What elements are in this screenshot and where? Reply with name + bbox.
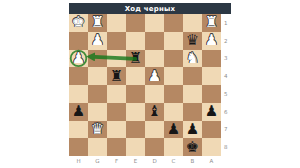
file-label-h: H bbox=[69, 156, 88, 165]
black-king: ♚ bbox=[186, 139, 199, 154]
square-f1[interactable] bbox=[107, 14, 126, 32]
square-d3[interactable] bbox=[145, 50, 164, 68]
page: Ход черных ♚♜♜♟♛♟♟♜♞♜♟♟♝♟♛♟♟♚ 12345678 H… bbox=[0, 0, 300, 168]
white-pawn: ♟ bbox=[72, 50, 85, 65]
white-pawn: ♟ bbox=[205, 33, 218, 48]
chess-puzzle-widget: Ход черных ♚♜♜♟♛♟♟♜♞♜♟♟♝♟♛♟♟♚ 12345678 H… bbox=[69, 3, 231, 165]
square-h3[interactable]: ♟ bbox=[69, 50, 88, 68]
file-label-a: A bbox=[202, 156, 221, 165]
square-h4[interactable] bbox=[69, 67, 88, 85]
square-h6[interactable]: ♟ bbox=[69, 103, 88, 121]
black-pawn: ♟ bbox=[186, 121, 199, 136]
square-c8[interactable] bbox=[164, 138, 183, 156]
square-f2[interactable] bbox=[107, 32, 126, 50]
file-label-g: G bbox=[88, 156, 107, 165]
square-g7[interactable]: ♛ bbox=[88, 121, 107, 139]
white-pawn: ♟ bbox=[148, 68, 161, 83]
square-g8[interactable] bbox=[88, 138, 107, 156]
square-a8[interactable] bbox=[202, 138, 221, 156]
white-pawn: ♟ bbox=[91, 33, 104, 48]
rank-label-6: 6 bbox=[221, 103, 231, 121]
square-a4[interactable] bbox=[202, 67, 221, 85]
square-a3[interactable] bbox=[202, 50, 221, 68]
white-knight: ♞ bbox=[186, 50, 199, 65]
square-c4[interactable] bbox=[164, 67, 183, 85]
square-b1[interactable] bbox=[183, 14, 202, 32]
square-c3[interactable] bbox=[164, 50, 183, 68]
square-c6[interactable] bbox=[164, 103, 183, 121]
square-g4[interactable] bbox=[88, 67, 107, 85]
black-pawn: ♟ bbox=[167, 121, 180, 136]
square-a7[interactable] bbox=[202, 121, 221, 139]
white-rook: ♜ bbox=[91, 15, 104, 30]
white-king: ♚ bbox=[72, 15, 85, 30]
square-d8[interactable] bbox=[145, 138, 164, 156]
rank-label-2: 2 bbox=[221, 32, 231, 50]
square-c7[interactable]: ♟ bbox=[164, 121, 183, 139]
square-a2[interactable]: ♟ bbox=[202, 32, 221, 50]
square-b3[interactable]: ♞ bbox=[183, 50, 202, 68]
white-rook: ♜ bbox=[205, 15, 218, 30]
black-bishop: ♝ bbox=[148, 104, 161, 119]
rank-label-5: 5 bbox=[221, 85, 231, 103]
square-d6[interactable]: ♝ bbox=[145, 103, 164, 121]
square-f8[interactable] bbox=[107, 138, 126, 156]
square-f7[interactable] bbox=[107, 121, 126, 139]
square-f5[interactable] bbox=[107, 85, 126, 103]
square-d1[interactable] bbox=[145, 14, 164, 32]
square-b2[interactable]: ♛ bbox=[183, 32, 202, 50]
square-g3[interactable] bbox=[88, 50, 107, 68]
square-g5[interactable] bbox=[88, 85, 107, 103]
square-h5[interactable] bbox=[69, 85, 88, 103]
square-g6[interactable] bbox=[88, 103, 107, 121]
board-wrap: ♚♜♜♟♛♟♟♜♞♜♟♟♝♟♛♟♟♚ bbox=[69, 14, 221, 156]
square-h7[interactable] bbox=[69, 121, 88, 139]
square-d2[interactable] bbox=[145, 32, 164, 50]
file-label-f: F bbox=[107, 156, 126, 165]
turn-label: Ход черных bbox=[125, 5, 176, 13]
file-label-b: B bbox=[183, 156, 202, 165]
rank-label-3: 3 bbox=[221, 50, 231, 68]
square-b6[interactable] bbox=[183, 103, 202, 121]
square-f3[interactable] bbox=[107, 50, 126, 68]
black-pawn: ♟ bbox=[72, 104, 85, 119]
square-c5[interactable] bbox=[164, 85, 183, 103]
square-f4[interactable]: ♜ bbox=[107, 67, 126, 85]
square-e5[interactable] bbox=[126, 85, 145, 103]
square-e2[interactable] bbox=[126, 32, 145, 50]
rank-label-4: 4 bbox=[221, 67, 231, 85]
chess-board: ♚♜♜♟♛♟♟♜♞♜♟♟♝♟♛♟♟♚ bbox=[69, 14, 221, 156]
square-h1[interactable]: ♚ bbox=[69, 14, 88, 32]
rank-coordinates: 12345678 bbox=[221, 14, 231, 156]
square-a5[interactable] bbox=[202, 85, 221, 103]
file-label-d: D bbox=[145, 156, 164, 165]
square-b4[interactable] bbox=[183, 67, 202, 85]
file-label-e: E bbox=[126, 156, 145, 165]
square-g1[interactable]: ♜ bbox=[88, 14, 107, 32]
black-rook: ♜ bbox=[129, 50, 142, 65]
rank-label-8: 8 bbox=[221, 138, 231, 156]
square-e4[interactable] bbox=[126, 67, 145, 85]
square-e7[interactable] bbox=[126, 121, 145, 139]
square-f6[interactable] bbox=[107, 103, 126, 121]
square-g2[interactable]: ♟ bbox=[88, 32, 107, 50]
black-rook: ♜ bbox=[110, 68, 123, 83]
black-pawn: ♟ bbox=[205, 104, 218, 119]
square-h2[interactable] bbox=[69, 32, 88, 50]
square-d7[interactable] bbox=[145, 121, 164, 139]
rank-label-1: 1 bbox=[221, 14, 231, 32]
square-b7[interactable]: ♟ bbox=[183, 121, 202, 139]
square-d5[interactable] bbox=[145, 85, 164, 103]
square-a1[interactable]: ♜ bbox=[202, 14, 221, 32]
square-h8[interactable] bbox=[69, 138, 88, 156]
square-e1[interactable] bbox=[126, 14, 145, 32]
file-coordinates: HGFEDCBA bbox=[69, 156, 221, 165]
square-b8[interactable]: ♚ bbox=[183, 138, 202, 156]
file-label-c: C bbox=[164, 156, 183, 165]
white-queen: ♛ bbox=[91, 121, 104, 136]
square-e3[interactable]: ♜ bbox=[126, 50, 145, 68]
rank-label-7: 7 bbox=[221, 121, 231, 139]
square-c2[interactable] bbox=[164, 32, 183, 50]
square-b5[interactable] bbox=[183, 85, 202, 103]
black-queen: ♛ bbox=[186, 33, 199, 48]
turn-banner: Ход черных bbox=[69, 3, 231, 14]
square-c1[interactable] bbox=[164, 14, 183, 32]
square-e6[interactable] bbox=[126, 103, 145, 121]
square-e8[interactable] bbox=[126, 138, 145, 156]
square-a6[interactable]: ♟ bbox=[202, 103, 221, 121]
square-d4[interactable]: ♟ bbox=[145, 67, 164, 85]
